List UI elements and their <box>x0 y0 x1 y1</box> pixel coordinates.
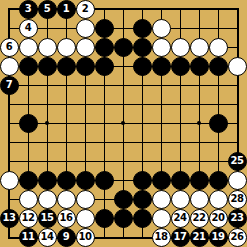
stone-black-8-9[interactable] <box>152 171 171 190</box>
stone-black-10-3[interactable] <box>190 57 209 76</box>
stone-white-8-11[interactable] <box>152 209 171 228</box>
stone-white-3-2[interactable] <box>57 38 76 57</box>
stone-black-7-11[interactable] <box>133 209 152 228</box>
stone-black-move-9[interactable]: 9 <box>57 228 76 247</box>
stone-white-10-10[interactable] <box>190 190 209 209</box>
stone-white-12-9[interactable] <box>228 171 247 190</box>
stone-black-2-9[interactable] <box>38 171 57 190</box>
stone-white-move-28[interactable]: 28 <box>228 190 247 209</box>
stone-black-3-9[interactable] <box>57 171 76 190</box>
stone-white-2-10[interactable] <box>38 190 57 209</box>
stone-white-0-3[interactable] <box>0 57 19 76</box>
stone-black-5-1[interactable] <box>95 19 114 38</box>
stone-white-9-10[interactable] <box>171 190 190 209</box>
stone-black-1-3[interactable] <box>19 57 38 76</box>
stone-black-1-6[interactable] <box>19 114 38 133</box>
stone-black-11-9[interactable] <box>209 171 228 190</box>
stone-black-10-9[interactable] <box>190 171 209 190</box>
stone-black-move-11[interactable]: 11 <box>19 228 38 247</box>
stone-white-10-2[interactable] <box>190 38 209 57</box>
stone-white-move-24[interactable]: 24 <box>171 209 190 228</box>
stone-black-6-10[interactable] <box>114 190 133 209</box>
star-point <box>121 121 125 125</box>
stone-white-4-10[interactable] <box>76 190 95 209</box>
stone-white-8-10[interactable] <box>152 190 171 209</box>
stone-black-move-7[interactable]: 7 <box>0 76 19 95</box>
stone-white-4-1[interactable] <box>76 19 95 38</box>
stone-black-move-3[interactable]: 3 <box>19 0 38 19</box>
stone-white-4-2[interactable] <box>76 38 95 57</box>
stone-white-move-6[interactable]: 6 <box>0 38 19 57</box>
stone-white-move-10[interactable]: 10 <box>76 228 95 247</box>
star-point <box>197 121 201 125</box>
stone-black-3-3[interactable] <box>57 57 76 76</box>
stone-black-7-3[interactable] <box>133 57 152 76</box>
stone-white-4-11[interactable] <box>76 209 95 228</box>
stone-black-5-2[interactable] <box>95 38 114 57</box>
stone-white-move-20[interactable]: 20 <box>209 209 228 228</box>
stone-black-move-23[interactable]: 23 <box>228 209 247 228</box>
stone-black-move-13[interactable]: 13 <box>0 209 19 228</box>
stone-white-11-2[interactable] <box>209 38 228 57</box>
stone-black-move-17[interactable]: 17 <box>171 228 190 247</box>
stone-black-9-3[interactable] <box>171 57 190 76</box>
stone-white-move-14[interactable]: 14 <box>38 228 57 247</box>
stone-black-move-15[interactable]: 15 <box>38 209 57 228</box>
stone-white-12-3[interactable] <box>228 57 247 76</box>
stone-black-11-6[interactable] <box>209 114 228 133</box>
stone-black-5-3[interactable] <box>95 57 114 76</box>
intersection-grid: 3512467252813121516242220231114910181721… <box>0 0 247 247</box>
stone-black-5-9[interactable] <box>95 171 114 190</box>
stone-black-7-2[interactable] <box>133 38 152 57</box>
stone-black-move-25[interactable]: 25 <box>228 152 247 171</box>
stone-black-move-19[interactable]: 19 <box>209 228 228 247</box>
stone-white-move-4[interactable]: 4 <box>19 19 38 38</box>
stone-black-9-9[interactable] <box>171 171 190 190</box>
stone-black-6-11[interactable] <box>114 209 133 228</box>
stone-white-8-2[interactable] <box>152 38 171 57</box>
stone-black-4-3[interactable] <box>76 57 95 76</box>
stone-white-move-22[interactable]: 22 <box>190 209 209 228</box>
stone-white-move-2[interactable]: 2 <box>76 0 95 19</box>
stone-white-11-10[interactable] <box>209 190 228 209</box>
stone-black-6-2[interactable] <box>114 38 133 57</box>
stone-white-move-16[interactable]: 16 <box>57 209 76 228</box>
stone-white-3-10[interactable] <box>57 190 76 209</box>
stone-black-8-3[interactable] <box>152 57 171 76</box>
stone-black-2-3[interactable] <box>38 57 57 76</box>
stone-white-0-9[interactable] <box>0 171 19 190</box>
stone-black-1-9[interactable] <box>19 171 38 190</box>
stone-white-9-2[interactable] <box>171 38 190 57</box>
stone-black-11-3[interactable] <box>209 57 228 76</box>
stone-black-move-1[interactable]: 1 <box>57 0 76 19</box>
stone-white-8-1[interactable] <box>152 19 171 38</box>
stone-white-2-2[interactable] <box>38 38 57 57</box>
go-board[interactable]: 3512467252813121516242220231114910181721… <box>0 0 247 247</box>
stone-black-7-1[interactable] <box>133 19 152 38</box>
stone-black-7-9[interactable] <box>133 171 152 190</box>
stone-black-4-9[interactable] <box>76 171 95 190</box>
stone-white-move-26[interactable]: 26 <box>228 228 247 247</box>
stone-white-1-2[interactable] <box>19 38 38 57</box>
stone-white-move-18[interactable]: 18 <box>152 228 171 247</box>
star-point <box>45 121 49 125</box>
stone-white-1-10[interactable] <box>19 190 38 209</box>
stone-white-move-12[interactable]: 12 <box>19 209 38 228</box>
stone-black-move-21[interactable]: 21 <box>190 228 209 247</box>
stone-black-5-11[interactable] <box>95 209 114 228</box>
stone-black-7-10[interactable] <box>133 190 152 209</box>
stone-black-move-5[interactable]: 5 <box>38 0 57 19</box>
